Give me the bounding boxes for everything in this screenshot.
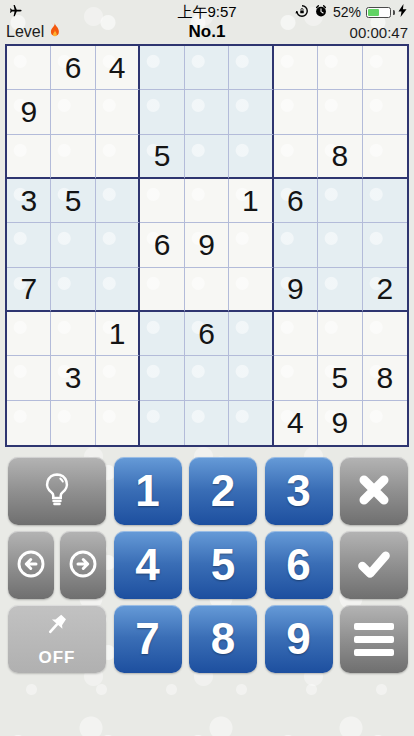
cell-r4c6[interactable]: 1 [229, 179, 273, 223]
cell-r3c6[interactable] [229, 135, 273, 179]
cell-r8c6[interactable] [229, 356, 273, 400]
cell-r1c2[interactable]: 6 [51, 46, 95, 90]
cell-r8c9[interactable]: 8 [363, 356, 407, 400]
status-bar: 上午9:57 52% [0, 0, 414, 22]
cell-r7c7[interactable] [274, 312, 318, 356]
cell-r6c2[interactable] [51, 268, 95, 312]
sudoku-board: 649583516697921635849 [5, 44, 409, 447]
cell-r3c1[interactable] [7, 135, 51, 179]
pencil-pin-toggle-button[interactable]: OFF [8, 605, 106, 673]
cell-r6c5[interactable] [185, 268, 229, 312]
delete-x-icon [354, 470, 394, 513]
cell-r4c9[interactable] [363, 179, 407, 223]
cell-r4c8[interactable] [318, 179, 362, 223]
cell-r7c9[interactable] [363, 312, 407, 356]
cell-r2c2[interactable] [51, 90, 95, 134]
cell-r1c4[interactable] [140, 46, 184, 90]
cell-r1c6[interactable] [229, 46, 273, 90]
cell-r9c3[interactable] [96, 401, 140, 445]
pin-state-label: OFF [39, 648, 76, 668]
confirm-check-icon [354, 544, 394, 587]
cell-r5c7[interactable] [274, 223, 318, 267]
cell-r7c2[interactable] [51, 312, 95, 356]
digit-button-1[interactable]: 1 [114, 457, 182, 525]
cell-r3c8[interactable]: 8 [318, 135, 362, 179]
cell-r5c2[interactable] [51, 223, 95, 267]
cell-r6c1[interactable]: 7 [7, 268, 51, 312]
pushpin-icon [40, 611, 74, 646]
cell-r7c8[interactable] [318, 312, 362, 356]
cell-r9c5[interactable] [185, 401, 229, 445]
digit-button-3[interactable]: 3 [265, 457, 333, 525]
puzzle-number: No.1 [0, 22, 414, 42]
cell-r9c4[interactable] [140, 401, 184, 445]
cell-r2c5[interactable] [185, 90, 229, 134]
cell-r5c5[interactable]: 9 [185, 223, 229, 267]
cell-r7c1[interactable] [7, 312, 51, 356]
cell-r8c7[interactable] [274, 356, 318, 400]
cell-r7c4[interactable] [140, 312, 184, 356]
arrow-left-icon [16, 549, 46, 582]
cell-r2c4[interactable] [140, 90, 184, 134]
cell-r9c9[interactable] [363, 401, 407, 445]
cell-r8c2[interactable]: 3 [51, 356, 95, 400]
cell-r5c6[interactable] [229, 223, 273, 267]
cell-r8c5[interactable] [185, 356, 229, 400]
cell-r1c9[interactable] [363, 46, 407, 90]
cell-r6c3[interactable] [96, 268, 140, 312]
cell-r3c3[interactable] [96, 135, 140, 179]
status-time: 上午9:57 [0, 3, 414, 22]
cell-r2c6[interactable] [229, 90, 273, 134]
cell-r4c2[interactable]: 5 [51, 179, 95, 223]
cell-r1c5[interactable] [185, 46, 229, 90]
cell-r5c8[interactable] [318, 223, 362, 267]
cell-r5c3[interactable] [96, 223, 140, 267]
cell-r6c6[interactable] [229, 268, 273, 312]
cell-r3c5[interactable] [185, 135, 229, 179]
digit-button-4[interactable]: 4 [114, 531, 182, 599]
cell-r8c3[interactable] [96, 356, 140, 400]
cell-r5c4[interactable]: 6 [140, 223, 184, 267]
cell-r9c2[interactable] [51, 401, 95, 445]
prev-cell-button[interactable] [8, 531, 54, 599]
cell-r8c8[interactable]: 5 [318, 356, 362, 400]
cell-r2c8[interactable] [318, 90, 362, 134]
cell-r1c8[interactable] [318, 46, 362, 90]
cell-r7c6[interactable] [229, 312, 273, 356]
cell-r5c1[interactable] [7, 223, 51, 267]
cell-r2c3[interactable] [96, 90, 140, 134]
keypad: 1 2 3 4 5 6 OFF 7 8 9 [8, 457, 408, 673]
game-header: No.1 Level 00:00:47 [0, 21, 414, 43]
cell-r2c1[interactable]: 9 [7, 90, 51, 134]
cell-r4c1[interactable]: 3 [7, 179, 51, 223]
menu-button[interactable] [340, 605, 408, 673]
digit-button-2[interactable]: 2 [189, 457, 257, 525]
cell-r8c1[interactable] [7, 356, 51, 400]
cell-r1c1[interactable] [7, 46, 51, 90]
digit-button-5[interactable]: 5 [189, 531, 257, 599]
cell-r6c7[interactable]: 9 [274, 268, 318, 312]
hint-button[interactable] [8, 457, 106, 525]
cell-r4c4[interactable] [140, 179, 184, 223]
arrow-right-icon [68, 549, 98, 582]
cell-r7c3[interactable]: 1 [96, 312, 140, 356]
cell-r1c3[interactable]: 4 [96, 46, 140, 90]
cell-r9c1[interactable] [7, 401, 51, 445]
lightbulb-hint-icon [39, 470, 75, 513]
cell-r4c3[interactable] [96, 179, 140, 223]
cell-r8c4[interactable] [140, 356, 184, 400]
cell-r7c5[interactable]: 6 [185, 312, 229, 356]
delete-button[interactable] [340, 457, 408, 525]
cell-r6c4[interactable] [140, 268, 184, 312]
cell-r9c6[interactable] [229, 401, 273, 445]
cell-r3c7[interactable] [274, 135, 318, 179]
cell-r9c7[interactable]: 4 [274, 401, 318, 445]
cell-r2c9[interactable] [363, 90, 407, 134]
cell-r9c8[interactable]: 9 [318, 401, 362, 445]
cell-r3c2[interactable] [51, 135, 95, 179]
digit-button-9[interactable]: 9 [265, 605, 333, 673]
navigation-arrows [8, 531, 106, 599]
cell-r6c9[interactable]: 2 [363, 268, 407, 312]
cell-r3c9[interactable] [363, 135, 407, 179]
cell-r4c5[interactable] [185, 179, 229, 223]
menu-hamburger-icon [354, 623, 394, 656]
digit-button-6[interactable]: 6 [265, 531, 333, 599]
next-cell-button[interactable] [60, 531, 106, 599]
digit-button-7[interactable]: 7 [114, 605, 182, 673]
digit-button-8[interactable]: 8 [189, 605, 257, 673]
cell-r6c8[interactable] [318, 268, 362, 312]
cell-r3c4[interactable]: 5 [140, 135, 184, 179]
cell-r1c7[interactable] [274, 46, 318, 90]
battery-icon [366, 7, 391, 18]
cell-r4c7[interactable]: 6 [274, 179, 318, 223]
confirm-button[interactable] [340, 531, 408, 599]
cell-r5c9[interactable] [363, 223, 407, 267]
cell-r2c7[interactable] [274, 90, 318, 134]
